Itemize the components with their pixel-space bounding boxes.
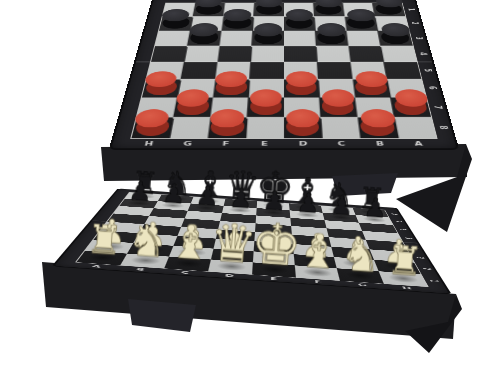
product-photo: HGFEDCBA87654321 ABCDEFGH12345678♜♞♝♛♚♝♞… bbox=[0, 0, 500, 377]
chess-board-surface: ABCDEFGH12345678♜♞♝♛♚♝♞♜♟♟♟♟♟♟♟♟♟♟♟♟♟♟♟♟… bbox=[51, 188, 451, 294]
chess-piece-white-rook: ♜ bbox=[375, 237, 433, 280]
chess-board: ABCDEFGH12345678♜♞♝♛♚♝♞♜♟♟♟♟♟♟♟♟♟♟♟♟♟♟♟♟… bbox=[79, 56, 431, 377]
